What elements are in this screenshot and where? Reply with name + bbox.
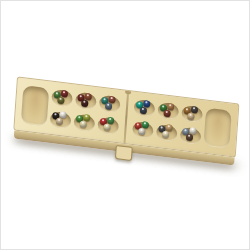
pit-bottom-5 xyxy=(156,124,178,143)
glass-bead xyxy=(57,96,64,104)
glass-bead xyxy=(80,121,87,129)
pit-top-5 xyxy=(157,102,179,121)
glass-bead xyxy=(162,131,169,139)
glass-bead xyxy=(138,128,145,136)
pit-bottom-3 xyxy=(97,116,119,135)
glass-bead xyxy=(103,124,110,132)
pit-top-2 xyxy=(75,92,97,111)
glass-bead xyxy=(187,112,194,120)
glass-bead xyxy=(140,106,147,114)
fold-hinge-seam xyxy=(121,98,132,137)
mancala-board xyxy=(13,76,240,167)
glass-bead xyxy=(105,102,112,110)
glass-bead xyxy=(81,99,88,107)
pit-bottom-2 xyxy=(73,113,95,132)
pit-top-3 xyxy=(99,95,121,114)
glass-bead xyxy=(163,109,170,117)
clasp-latch xyxy=(115,145,133,161)
right-store-pit xyxy=(203,108,231,149)
product-photo[interactable] xyxy=(0,0,250,250)
pit-bottom-1 xyxy=(50,110,72,129)
pit-top-4 xyxy=(133,99,155,118)
left-store-pit xyxy=(21,85,49,126)
pit-top-6 xyxy=(181,105,203,124)
glass-bead xyxy=(56,118,63,126)
glass-bead xyxy=(186,134,193,142)
pit-top-1 xyxy=(51,89,73,108)
pit-bottom-6 xyxy=(180,126,202,145)
pit-bottom-4 xyxy=(132,121,154,140)
